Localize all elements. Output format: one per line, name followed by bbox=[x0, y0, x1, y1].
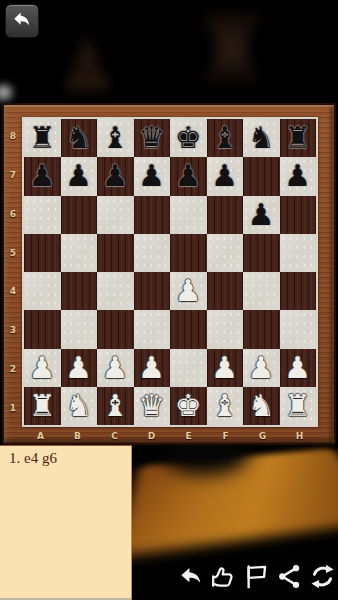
blurred-white-piece bbox=[0, 85, 12, 100]
square-h3[interactable] bbox=[280, 310, 317, 348]
square-d2[interactable]: ♟ bbox=[134, 349, 171, 387]
back-arrow-icon bbox=[11, 9, 33, 34]
white-pawn-piece: ♟ bbox=[284, 353, 311, 383]
blurred-rook-silhouette: ♜ bbox=[192, 6, 271, 94]
black-pawn-piece: ♟ bbox=[65, 161, 92, 191]
white-queen-piece: ♛ bbox=[138, 391, 165, 421]
white-pawn-piece: ♟ bbox=[211, 353, 238, 383]
rank-label-7: 7 bbox=[4, 156, 22, 195]
black-pawn-piece: ♟ bbox=[138, 161, 165, 191]
square-a6[interactable] bbox=[24, 196, 61, 234]
square-f3[interactable] bbox=[207, 310, 244, 348]
white-bishop-piece: ♝ bbox=[211, 391, 238, 421]
square-c4[interactable] bbox=[97, 272, 134, 310]
white-king-piece: ♚ bbox=[175, 391, 202, 421]
square-a4[interactable] bbox=[24, 272, 61, 310]
square-e3[interactable] bbox=[170, 310, 207, 348]
square-g8[interactable]: ♞ bbox=[243, 119, 280, 157]
square-a7[interactable]: ♟ bbox=[24, 157, 61, 195]
square-d8[interactable]: ♛ bbox=[134, 119, 171, 157]
share-icon[interactable] bbox=[275, 562, 303, 590]
white-knight-piece: ♞ bbox=[248, 391, 275, 421]
square-f6[interactable] bbox=[207, 196, 244, 234]
square-b5[interactable] bbox=[61, 234, 98, 272]
file-label-a: A bbox=[22, 427, 59, 444]
square-c3[interactable] bbox=[97, 310, 134, 348]
rank-label-5: 5 bbox=[4, 233, 22, 272]
black-pawn-piece: ♟ bbox=[102, 161, 129, 191]
square-b1[interactable]: ♞ bbox=[61, 387, 98, 425]
file-label-h: H bbox=[281, 427, 318, 444]
square-c8[interactable]: ♝ bbox=[97, 119, 134, 157]
square-e5[interactable] bbox=[170, 234, 207, 272]
square-f8[interactable]: ♝ bbox=[207, 119, 244, 157]
white-pawn-piece: ♟ bbox=[102, 353, 129, 383]
square-f2[interactable]: ♟ bbox=[207, 349, 244, 387]
back-button[interactable] bbox=[5, 4, 39, 38]
square-e1[interactable]: ♚ bbox=[170, 387, 207, 425]
rank-label-2: 2 bbox=[4, 350, 22, 389]
app-screen: ♟ ♜ 87654321 ABCDEFGH ♜♞♝♛♚♝♞♜♟♟♟♟♟♟♟♟♟♟… bbox=[0, 0, 338, 600]
square-h2[interactable]: ♟ bbox=[280, 349, 317, 387]
undo-icon[interactable] bbox=[176, 562, 204, 590]
square-d5[interactable] bbox=[134, 234, 171, 272]
black-pawn-piece: ♟ bbox=[211, 161, 238, 191]
rank-label-1: 1 bbox=[4, 388, 22, 427]
rank-label-6: 6 bbox=[4, 195, 22, 234]
square-f7[interactable]: ♟ bbox=[207, 157, 244, 195]
square-e2[interactable] bbox=[170, 349, 207, 387]
black-pawn-piece: ♟ bbox=[175, 161, 202, 191]
blurred-pawn-silhouette: ♟ bbox=[55, 30, 120, 102]
black-knight-piece: ♞ bbox=[248, 123, 275, 153]
square-a3[interactable] bbox=[24, 310, 61, 348]
square-b7[interactable]: ♟ bbox=[61, 157, 98, 195]
chess-board: ♜♞♝♛♚♝♞♜♟♟♟♟♟♟♟♟♟♟♟♟♟♟♟♟♜♞♝♛♚♝♞♜ bbox=[22, 117, 318, 427]
square-g6[interactable]: ♟ bbox=[243, 196, 280, 234]
square-d3[interactable] bbox=[134, 310, 171, 348]
move-list-text: 1. e4 g6 bbox=[9, 450, 131, 467]
rank-label-8: 8 bbox=[4, 117, 22, 156]
square-b3[interactable] bbox=[61, 310, 98, 348]
rank-label-4: 4 bbox=[4, 272, 22, 311]
square-f4[interactable] bbox=[207, 272, 244, 310]
square-b6[interactable] bbox=[61, 196, 98, 234]
square-h1[interactable]: ♜ bbox=[280, 387, 317, 425]
file-label-f: F bbox=[207, 427, 244, 444]
white-pawn-piece: ♟ bbox=[138, 353, 165, 383]
black-rook-piece: ♜ bbox=[29, 123, 56, 153]
black-rook-piece: ♜ bbox=[284, 123, 311, 153]
file-label-e: E bbox=[170, 427, 207, 444]
black-king-piece: ♚ bbox=[175, 123, 202, 153]
white-rook-piece: ♜ bbox=[29, 391, 56, 421]
square-a1[interactable]: ♜ bbox=[24, 387, 61, 425]
square-a8[interactable]: ♜ bbox=[24, 119, 61, 157]
white-rook-piece: ♜ bbox=[284, 391, 311, 421]
square-h4[interactable] bbox=[280, 272, 317, 310]
move-list-panel[interactable]: 1. e4 g6 bbox=[0, 445, 132, 600]
black-pawn-piece: ♟ bbox=[29, 161, 56, 191]
square-e7[interactable]: ♟ bbox=[170, 157, 207, 195]
square-f5[interactable] bbox=[207, 234, 244, 272]
square-c6[interactable] bbox=[97, 196, 134, 234]
square-g2[interactable]: ♟ bbox=[243, 349, 280, 387]
square-c2[interactable]: ♟ bbox=[97, 349, 134, 387]
chess-board-frame: 87654321 ABCDEFGH ♜♞♝♛♚♝♞♜♟♟♟♟♟♟♟♟♟♟♟♟♟♟… bbox=[2, 103, 336, 445]
square-g3[interactable] bbox=[243, 310, 280, 348]
square-c1[interactable]: ♝ bbox=[97, 387, 134, 425]
file-label-c: C bbox=[96, 427, 133, 444]
black-queen-piece: ♛ bbox=[138, 123, 165, 153]
square-b2[interactable]: ♟ bbox=[61, 349, 98, 387]
square-d6[interactable] bbox=[134, 196, 171, 234]
square-b8[interactable]: ♞ bbox=[61, 119, 98, 157]
square-a2[interactable]: ♟ bbox=[24, 349, 61, 387]
black-bishop-piece: ♝ bbox=[102, 123, 129, 153]
white-pawn-piece: ♟ bbox=[175, 276, 202, 306]
black-bishop-piece: ♝ bbox=[211, 123, 238, 153]
rank-labels: 87654321 bbox=[4, 117, 22, 427]
square-g5[interactable] bbox=[243, 234, 280, 272]
square-f1[interactable]: ♝ bbox=[207, 387, 244, 425]
square-c7[interactable]: ♟ bbox=[97, 157, 134, 195]
rank-label-3: 3 bbox=[4, 311, 22, 350]
file-label-d: D bbox=[133, 427, 170, 444]
flag-icon[interactable] bbox=[242, 562, 270, 590]
white-knight-piece: ♞ bbox=[65, 391, 92, 421]
square-d1[interactable]: ♛ bbox=[134, 387, 171, 425]
bottom-toolbar bbox=[172, 558, 336, 594]
white-pawn-piece: ♟ bbox=[65, 353, 92, 383]
file-labels: ABCDEFGH bbox=[22, 427, 318, 444]
square-d7[interactable]: ♟ bbox=[134, 157, 171, 195]
square-d4[interactable] bbox=[134, 272, 171, 310]
thumbs-up-icon[interactable] bbox=[209, 562, 237, 590]
white-pawn-piece: ♟ bbox=[248, 353, 275, 383]
square-b4[interactable] bbox=[61, 272, 98, 310]
flip-board-icon[interactable] bbox=[308, 562, 336, 590]
square-a5[interactable] bbox=[24, 234, 61, 272]
file-label-b: B bbox=[59, 427, 96, 444]
black-pawn-piece: ♟ bbox=[248, 200, 275, 230]
square-h8[interactable]: ♜ bbox=[280, 119, 317, 157]
square-h6[interactable] bbox=[280, 196, 317, 234]
white-pawn-piece: ♟ bbox=[29, 353, 56, 383]
square-g4[interactable] bbox=[243, 272, 280, 310]
file-label-g: G bbox=[244, 427, 281, 444]
black-knight-piece: ♞ bbox=[65, 123, 92, 153]
square-c5[interactable] bbox=[97, 234, 134, 272]
square-g1[interactable]: ♞ bbox=[243, 387, 280, 425]
square-e4[interactable]: ♟ bbox=[170, 272, 207, 310]
white-bishop-piece: ♝ bbox=[102, 391, 129, 421]
square-g7[interactable] bbox=[243, 157, 280, 195]
square-h5[interactable] bbox=[280, 234, 317, 272]
black-pawn-piece: ♟ bbox=[284, 161, 311, 191]
square-e6[interactable] bbox=[170, 196, 207, 234]
square-h7[interactable]: ♟ bbox=[280, 157, 317, 195]
square-e8[interactable]: ♚ bbox=[170, 119, 207, 157]
